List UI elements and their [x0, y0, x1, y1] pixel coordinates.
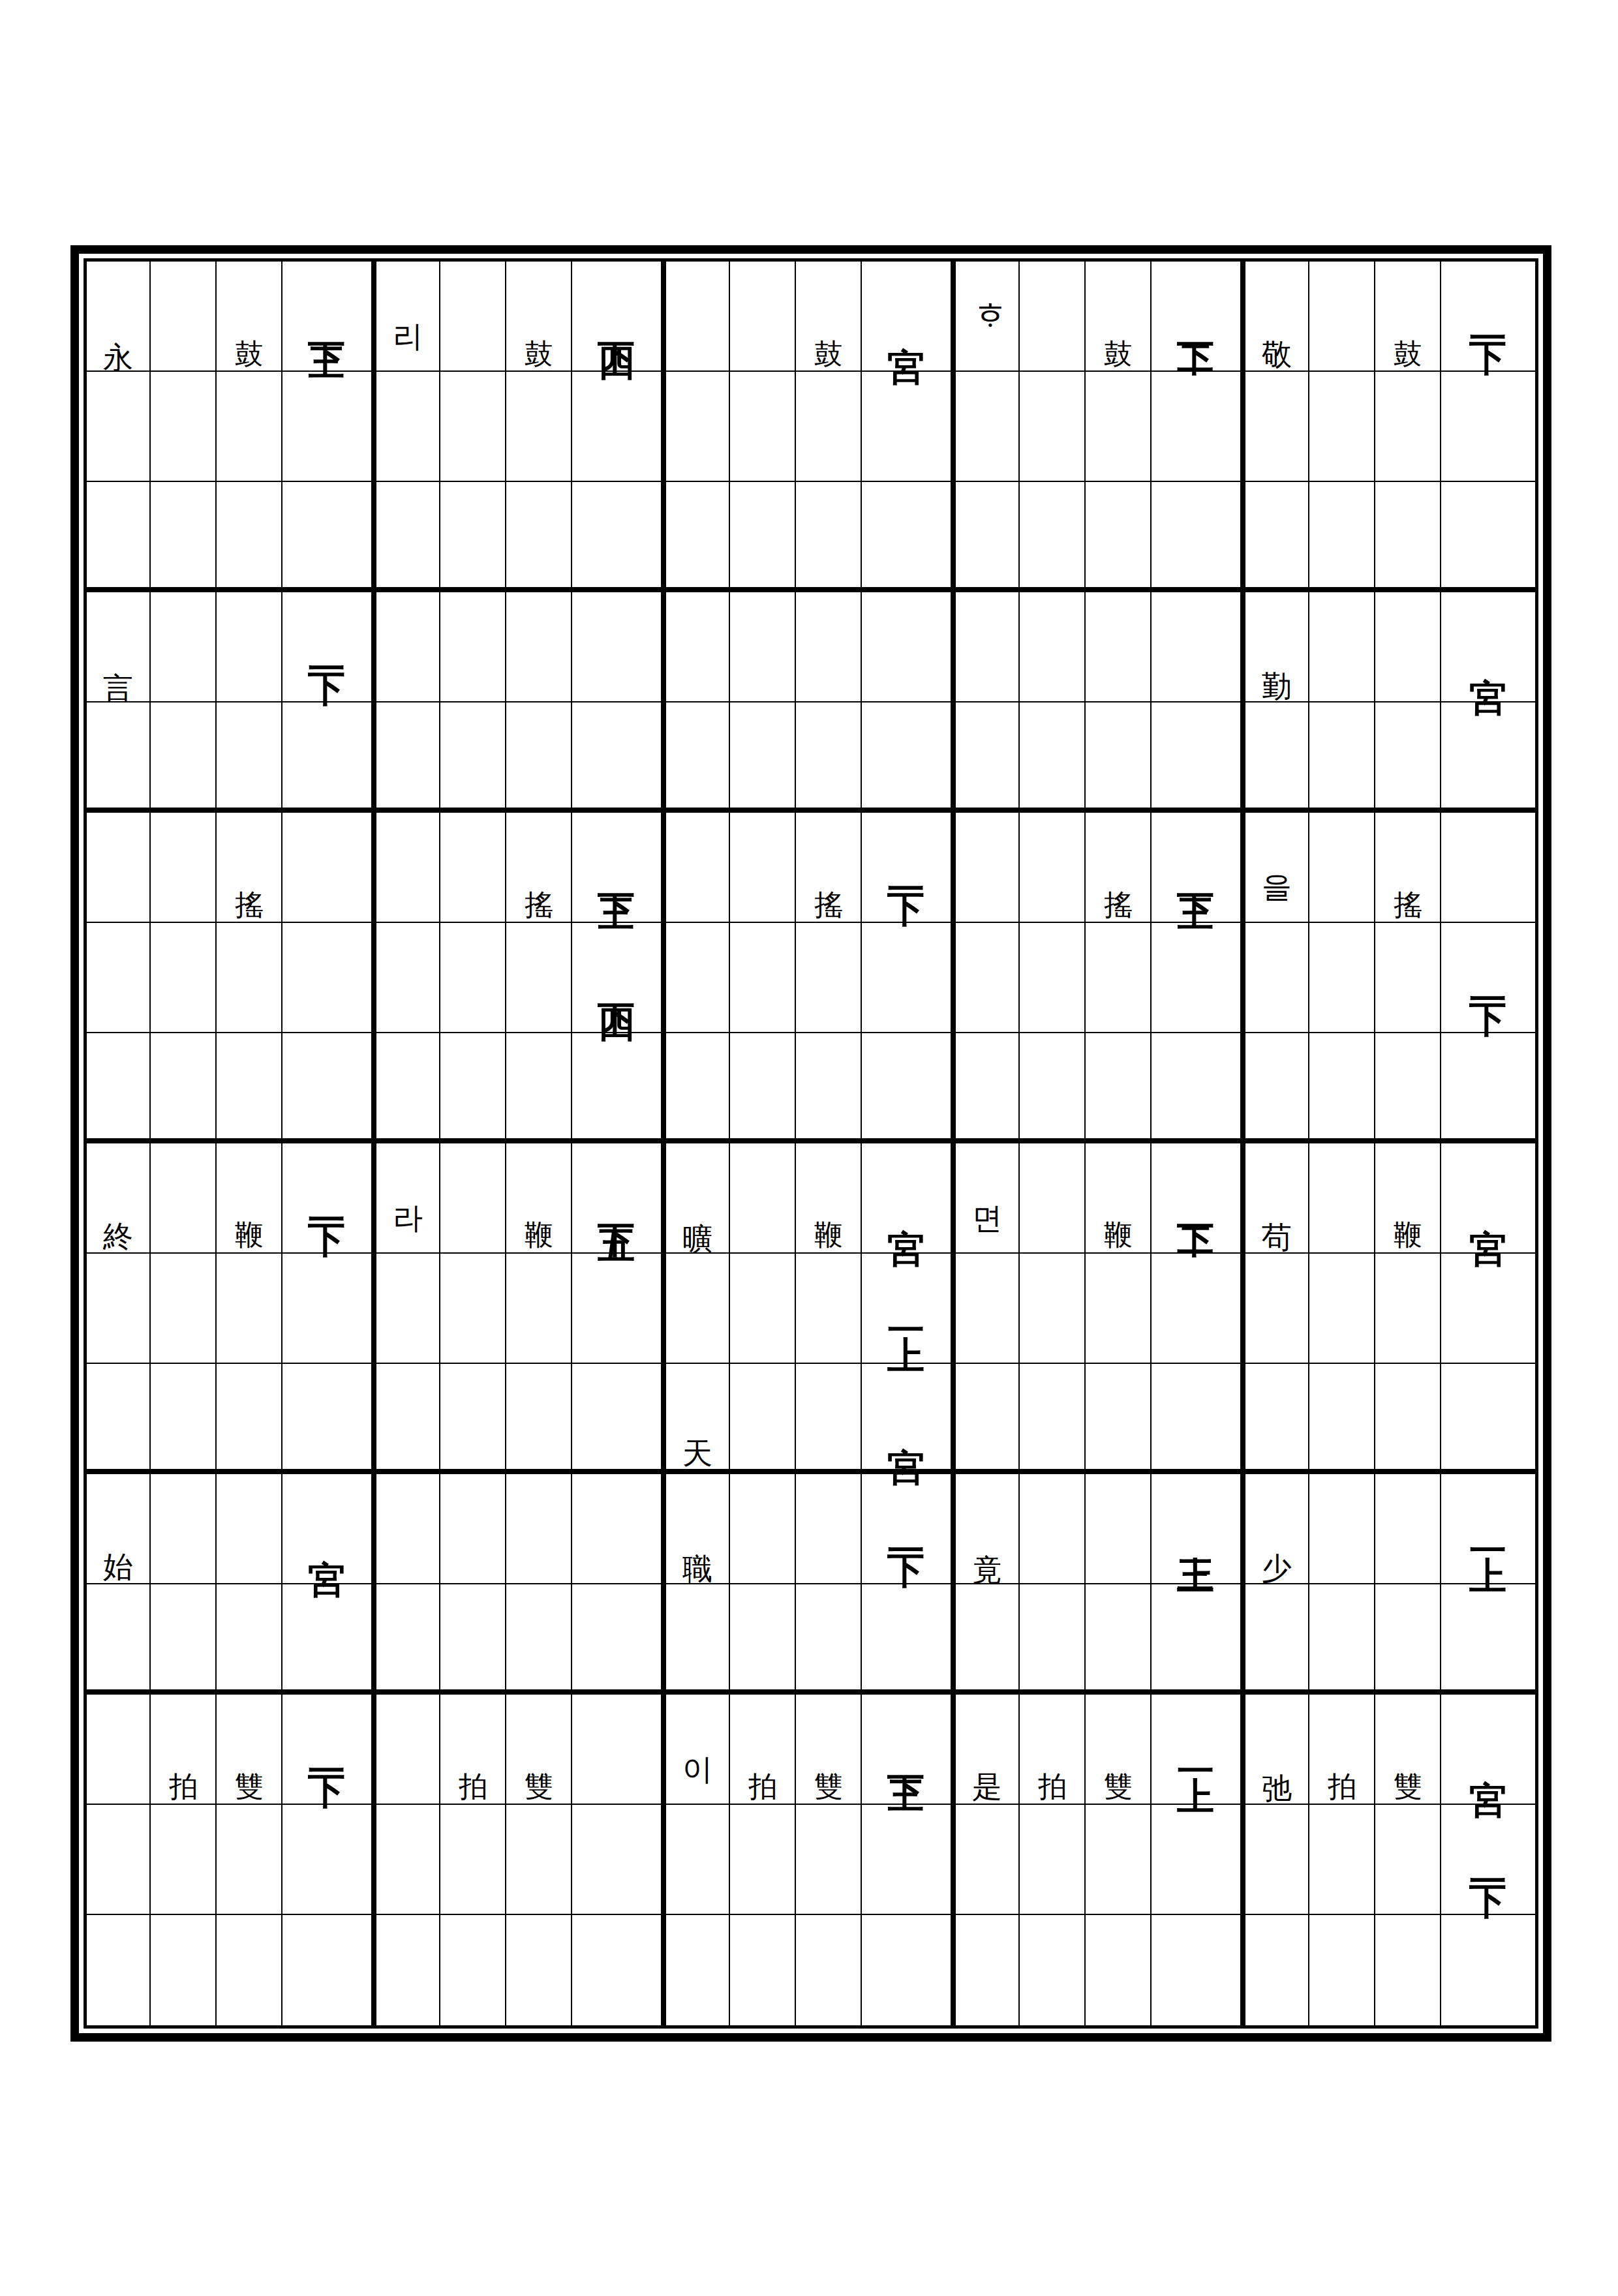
pitch-cell: 下一	[1441, 262, 1535, 372]
bak-cell: 拍	[1020, 1695, 1086, 1805]
bak-cell	[151, 923, 217, 1033]
pitch-cell	[1152, 1805, 1245, 1915]
lyric-cell: 라	[376, 1143, 440, 1254]
lyric-cell: 리	[376, 262, 440, 372]
bak-cell	[1309, 262, 1375, 372]
bak-cell	[440, 813, 506, 923]
percussion-cell: 雙	[217, 1695, 282, 1805]
lyric-cell	[87, 1033, 151, 1143]
percussion-cell	[1086, 482, 1152, 592]
bak-cell	[1309, 1474, 1375, 1584]
lyric-cell	[376, 592, 440, 702]
lyric-cell	[666, 1805, 730, 1915]
bak-cell	[730, 1364, 796, 1474]
lyric-cell	[1245, 1915, 1309, 2025]
pitch-cell	[572, 372, 666, 482]
percussion-cell	[1086, 372, 1152, 482]
percussion-cell	[217, 482, 282, 592]
lyric-cell	[956, 813, 1020, 923]
lyric-cell: 終	[87, 1143, 151, 1254]
percussion-cell	[506, 1915, 572, 2025]
percussion-cell	[796, 1915, 862, 2025]
bak-cell	[440, 262, 506, 372]
lyric-cell: 言	[87, 592, 151, 702]
bak-cell	[1309, 923, 1375, 1033]
percussion-cell	[217, 1584, 282, 1695]
percussion-cell	[217, 1033, 282, 1143]
pitch-cell	[572, 1805, 666, 1915]
bak-cell	[440, 1915, 506, 2025]
bak-cell	[1309, 1254, 1375, 1364]
bak-cell: 拍	[151, 1695, 217, 1805]
percussion-cell	[1375, 923, 1441, 1033]
bak-cell	[440, 702, 506, 813]
bak-cell	[440, 592, 506, 702]
pitch-cell	[1441, 1033, 1535, 1143]
percussion-cell	[506, 1364, 572, 1474]
bak-cell	[151, 372, 217, 482]
pitch-cell: 下一	[282, 1143, 376, 1254]
percussion-cell	[217, 1805, 282, 1915]
score-page: { "game": "jeongganbo", "title": "Jeongg…	[0, 0, 1618, 2296]
pitch-cell	[862, 372, 956, 482]
lyric-cell	[87, 1915, 151, 2025]
percussion-cell: 搖	[796, 813, 862, 923]
percussion-cell	[506, 482, 572, 592]
lyric-cell: 을	[1245, 813, 1309, 923]
pitch-cell	[572, 482, 666, 592]
percussion-cell: 鼓	[217, 262, 282, 372]
pitch-cell: 上三	[1152, 1474, 1245, 1584]
lyric-cell	[956, 1033, 1020, 1143]
pitch-cell	[1441, 702, 1535, 813]
jeongganbo-board: 永鼓下三리鼓下四鼓宮ᄒᆞ鼓下二敬鼓下一言下一勤宮搖搖下三搖下一搖下三을搖下四下一…	[84, 258, 1538, 2029]
pitch-cell	[282, 1805, 376, 1915]
bak-cell	[151, 702, 217, 813]
pitch-cell	[572, 1033, 666, 1143]
pitch-cell	[1441, 813, 1535, 923]
lyric-cell	[376, 923, 440, 1033]
bak-cell	[151, 1033, 217, 1143]
pitch-cell: 下三	[572, 813, 666, 923]
lyric-cell: 曠	[666, 1143, 730, 1254]
lyric-cell	[666, 592, 730, 702]
lyric-cell	[666, 923, 730, 1033]
pitch-cell	[572, 1254, 666, 1364]
pitch-cell	[1441, 1915, 1535, 2025]
lyric-cell	[1245, 1364, 1309, 1474]
pitch-cell: 宮	[1441, 592, 1535, 702]
percussion-cell	[506, 923, 572, 1033]
percussion-cell	[1375, 1474, 1441, 1584]
pitch-cell	[282, 1254, 376, 1364]
percussion-cell: 鞭	[1086, 1143, 1152, 1254]
pitch-cell: 下五	[572, 1143, 666, 1254]
bak-cell	[440, 1805, 506, 1915]
lyric-cell: 勤	[1245, 592, 1309, 702]
lyric-cell: 면	[956, 1143, 1020, 1254]
percussion-cell	[1086, 1584, 1152, 1695]
percussion-cell	[796, 923, 862, 1033]
bak-cell	[151, 1915, 217, 2025]
percussion-cell: 鼓	[796, 262, 862, 372]
percussion-cell	[796, 1584, 862, 1695]
pitch-cell: 下一	[862, 1474, 956, 1584]
percussion-cell: 鞭	[506, 1143, 572, 1254]
bak-cell	[730, 813, 796, 923]
percussion-cell	[506, 1584, 572, 1695]
pitch-cell	[1152, 702, 1245, 813]
lyric-cell	[956, 1364, 1020, 1474]
pitch-cell: 下一	[1441, 1805, 1535, 1915]
percussion-cell	[1086, 923, 1152, 1033]
percussion-cell	[796, 482, 862, 592]
percussion-cell	[1086, 1915, 1152, 2025]
bak-cell	[151, 592, 217, 702]
bak-cell	[440, 1143, 506, 1254]
bak-cell	[440, 1033, 506, 1143]
percussion-cell: 雙	[1375, 1695, 1441, 1805]
bak-cell	[1020, 1474, 1086, 1584]
pitch-cell	[572, 1584, 666, 1695]
bak-cell	[151, 262, 217, 372]
percussion-cell	[506, 1033, 572, 1143]
bak-cell	[1309, 1805, 1375, 1915]
bak-cell	[1309, 372, 1375, 482]
percussion-cell	[217, 1254, 282, 1364]
pitch-cell: 下一	[1441, 923, 1535, 1033]
lyric-cell: 苟	[1245, 1143, 1309, 1254]
percussion-cell	[1086, 1474, 1152, 1584]
bak-cell	[440, 1584, 506, 1695]
lyric-cell	[956, 923, 1020, 1033]
bak-cell	[730, 1143, 796, 1254]
bak-cell	[730, 923, 796, 1033]
percussion-cell: 鼓	[1086, 262, 1152, 372]
lyric-cell	[666, 813, 730, 923]
bak-cell	[730, 1033, 796, 1143]
lyric-cell	[376, 1915, 440, 2025]
pitch-cell: 上一	[1441, 1474, 1535, 1584]
bak-cell	[151, 1584, 217, 1695]
lyric-cell	[666, 262, 730, 372]
percussion-cell	[506, 1474, 572, 1584]
bak-cell	[730, 1805, 796, 1915]
lyric-cell	[956, 702, 1020, 813]
lyric-cell	[956, 372, 1020, 482]
pitch-cell	[1441, 372, 1535, 482]
percussion-cell	[796, 702, 862, 813]
lyric-cell	[666, 482, 730, 592]
percussion-cell	[796, 1254, 862, 1364]
bak-cell	[1020, 592, 1086, 702]
lyric-cell	[1245, 1254, 1309, 1364]
bak-cell	[1020, 1915, 1086, 2025]
pitch-cell	[1152, 1915, 1245, 2025]
lyric-cell	[376, 1584, 440, 1695]
percussion-cell	[217, 923, 282, 1033]
percussion-cell	[1375, 1254, 1441, 1364]
bak-cell	[730, 262, 796, 372]
bak-cell	[1020, 1805, 1086, 1915]
pitch-cell	[1152, 923, 1245, 1033]
pitch-cell	[862, 1033, 956, 1143]
lyric-cell: 弛	[1245, 1695, 1309, 1805]
percussion-cell: 搖	[506, 813, 572, 923]
lyric-cell: 竟	[956, 1474, 1020, 1584]
pitch-cell	[1152, 592, 1245, 702]
bak-cell	[151, 1364, 217, 1474]
lyric-cell	[87, 923, 151, 1033]
bak-cell	[1309, 1143, 1375, 1254]
bak-cell	[730, 482, 796, 592]
percussion-cell	[1086, 1033, 1152, 1143]
score-frame: 永鼓下三리鼓下四鼓宮ᄒᆞ鼓下二敬鼓下一言下一勤宮搖搖下三搖下一搖下三을搖下四下一…	[70, 245, 1551, 2042]
pitch-cell	[282, 482, 376, 592]
percussion-cell	[1086, 1805, 1152, 1915]
bak-cell	[151, 1254, 217, 1364]
lyric-cell	[666, 372, 730, 482]
lyric-cell	[376, 482, 440, 592]
pitch-cell	[282, 1915, 376, 2025]
percussion-cell	[1375, 1584, 1441, 1695]
pitch-cell	[282, 813, 376, 923]
pitch-cell	[572, 1474, 666, 1584]
percussion-cell	[1375, 1805, 1441, 1915]
lyric-cell	[376, 1254, 440, 1364]
bak-cell: 拍	[730, 1695, 796, 1805]
percussion-cell	[217, 1474, 282, 1584]
bak-cell: 拍	[440, 1695, 506, 1805]
pitch-cell: 下三	[862, 1695, 956, 1805]
lyric-cell	[666, 702, 730, 813]
bak-cell	[151, 1474, 217, 1584]
bak-cell	[151, 813, 217, 923]
pitch-cell: 下四	[572, 923, 666, 1033]
lyric-cell: 始	[87, 1474, 151, 1584]
pitch-cell	[572, 702, 666, 813]
lyric-cell	[1245, 1033, 1309, 1143]
bak-cell	[1020, 923, 1086, 1033]
lyric-cell: 이	[666, 1695, 730, 1805]
percussion-cell	[506, 1254, 572, 1364]
percussion-cell	[796, 372, 862, 482]
pitch-cell: 宮	[862, 262, 956, 372]
lyric-cell	[1245, 1584, 1309, 1695]
lyric-cell	[666, 1915, 730, 2025]
percussion-cell: 搖	[1086, 813, 1152, 923]
bak-cell	[1309, 1584, 1375, 1695]
pitch-cell: 上一	[862, 1254, 956, 1364]
bak-cell	[440, 482, 506, 592]
percussion-cell	[217, 702, 282, 813]
bak-cell	[730, 1474, 796, 1584]
lyric-cell	[376, 1033, 440, 1143]
percussion-cell	[506, 592, 572, 702]
percussion-cell: 雙	[1086, 1695, 1152, 1805]
lyric-cell	[376, 1474, 440, 1584]
bak-cell	[1020, 1364, 1086, 1474]
bak-cell	[440, 1364, 506, 1474]
pitch-cell: 下三	[1152, 813, 1245, 923]
pitch-cell	[862, 482, 956, 592]
percussion-cell	[1375, 482, 1441, 592]
bak-cell	[730, 1254, 796, 1364]
bak-cell	[1309, 1364, 1375, 1474]
bak-cell	[1020, 1143, 1086, 1254]
pitch-cell	[862, 592, 956, 702]
bak-cell	[1020, 372, 1086, 482]
bak-cell	[1309, 1033, 1375, 1143]
bak-cell	[1020, 1033, 1086, 1143]
percussion-cell	[1375, 372, 1441, 482]
lyric-cell	[1245, 482, 1309, 592]
lyric-cell	[1245, 702, 1309, 813]
bak-cell	[1020, 262, 1086, 372]
percussion-cell	[217, 1364, 282, 1474]
pitch-cell	[1152, 1364, 1245, 1474]
pitch-cell	[1441, 1364, 1535, 1474]
lyric-cell	[376, 702, 440, 813]
percussion-cell	[1375, 592, 1441, 702]
lyric-cell	[956, 1915, 1020, 2025]
pitch-cell	[1152, 372, 1245, 482]
percussion-cell	[217, 592, 282, 702]
percussion-cell: 雙	[796, 1695, 862, 1805]
pitch-cell: 下一	[282, 592, 376, 702]
pitch-cell	[1152, 482, 1245, 592]
lyric-cell	[87, 702, 151, 813]
bak-cell	[730, 1584, 796, 1695]
percussion-cell	[217, 1915, 282, 2025]
lyric-cell: 永	[87, 262, 151, 372]
lyric-cell	[666, 1254, 730, 1364]
pitch-cell: 下一	[282, 1695, 376, 1805]
lyric-cell	[376, 1364, 440, 1474]
percussion-cell: 鼓	[506, 262, 572, 372]
pitch-cell: 下二	[1152, 262, 1245, 372]
lyric-cell: 敬	[1245, 262, 1309, 372]
lyric-cell	[376, 813, 440, 923]
lyric-cell	[87, 1584, 151, 1695]
percussion-cell	[1086, 592, 1152, 702]
bak-cell	[1309, 1915, 1375, 2025]
pitch-cell	[1441, 1254, 1535, 1364]
pitch-cell: 下四	[572, 262, 666, 372]
bak-cell	[1020, 1584, 1086, 1695]
percussion-cell	[217, 372, 282, 482]
lyric-cell	[376, 372, 440, 482]
pitch-cell	[862, 1584, 956, 1695]
pitch-cell	[1152, 1033, 1245, 1143]
lyric-cell	[87, 372, 151, 482]
lyric-cell	[87, 1254, 151, 1364]
pitch-cell: 宮	[282, 1474, 376, 1584]
percussion-cell	[796, 592, 862, 702]
lyric-cell	[1245, 1805, 1309, 1915]
lyric-cell: 天	[666, 1364, 730, 1474]
lyric-cell	[666, 1033, 730, 1143]
lyric-cell	[1245, 923, 1309, 1033]
percussion-cell: 鞭	[1375, 1143, 1441, 1254]
percussion-cell	[1086, 1254, 1152, 1364]
bak-cell	[1309, 592, 1375, 702]
pitch-cell	[282, 1033, 376, 1143]
bak-cell	[151, 1805, 217, 1915]
lyric-cell	[956, 592, 1020, 702]
lyric-cell	[87, 1364, 151, 1474]
bak-cell	[1020, 813, 1086, 923]
percussion-cell	[1375, 1033, 1441, 1143]
percussion-cell	[1375, 1915, 1441, 2025]
pitch-cell	[572, 1915, 666, 2025]
bak-cell	[1309, 813, 1375, 923]
percussion-cell: 鼓	[1375, 262, 1441, 372]
bak-cell	[730, 702, 796, 813]
percussion-cell	[796, 1805, 862, 1915]
percussion-cell: 雙	[506, 1695, 572, 1805]
pitch-cell	[282, 1584, 376, 1695]
pitch-cell	[282, 1364, 376, 1474]
pitch-cell: 宮	[862, 1143, 956, 1254]
pitch-cell: 上一	[1152, 1695, 1245, 1805]
pitch-cell	[282, 923, 376, 1033]
lyric-cell	[956, 1584, 1020, 1695]
pitch-cell	[572, 1364, 666, 1474]
pitch-cell: 宮	[1441, 1695, 1535, 1805]
pitch-cell	[282, 372, 376, 482]
lyric-cell	[956, 1805, 1020, 1915]
pitch-cell	[1152, 1254, 1245, 1364]
percussion-cell	[1375, 702, 1441, 813]
pitch-cell	[572, 592, 666, 702]
lyric-cell	[376, 1805, 440, 1915]
pitch-cell	[862, 702, 956, 813]
lyric-cell: ᄒᆞ	[956, 262, 1020, 372]
bak-cell	[440, 1474, 506, 1584]
pitch-cell	[862, 1915, 956, 2025]
bak-cell: 拍	[1309, 1695, 1375, 1805]
pitch-cell	[1441, 1584, 1535, 1695]
lyric-cell	[87, 1695, 151, 1805]
lyric-cell	[666, 1584, 730, 1695]
pitch-cell: 下三	[282, 262, 376, 372]
percussion-cell: 搖	[1375, 813, 1441, 923]
percussion-cell	[506, 1805, 572, 1915]
lyric-cell: 是	[956, 1695, 1020, 1805]
pitch-cell	[1441, 482, 1535, 592]
lyric-cell	[87, 482, 151, 592]
percussion-cell	[506, 702, 572, 813]
bak-cell	[440, 372, 506, 482]
pitch-cell	[862, 1805, 956, 1915]
bak-cell	[1020, 482, 1086, 592]
pitch-cell	[1152, 1584, 1245, 1695]
percussion-cell	[1086, 702, 1152, 813]
pitch-cell: 下二	[1152, 1143, 1245, 1254]
percussion-cell: 搖	[217, 813, 282, 923]
percussion-cell	[796, 1474, 862, 1584]
pitch-cell	[572, 1695, 666, 1805]
bak-cell	[151, 1143, 217, 1254]
lyric-cell	[87, 1805, 151, 1915]
bak-cell	[440, 923, 506, 1033]
lyric-cell	[956, 1254, 1020, 1364]
percussion-cell	[796, 1033, 862, 1143]
bak-cell	[1020, 1254, 1086, 1364]
percussion-cell	[1375, 1364, 1441, 1474]
pitch-cell: 宮	[1441, 1143, 1535, 1254]
